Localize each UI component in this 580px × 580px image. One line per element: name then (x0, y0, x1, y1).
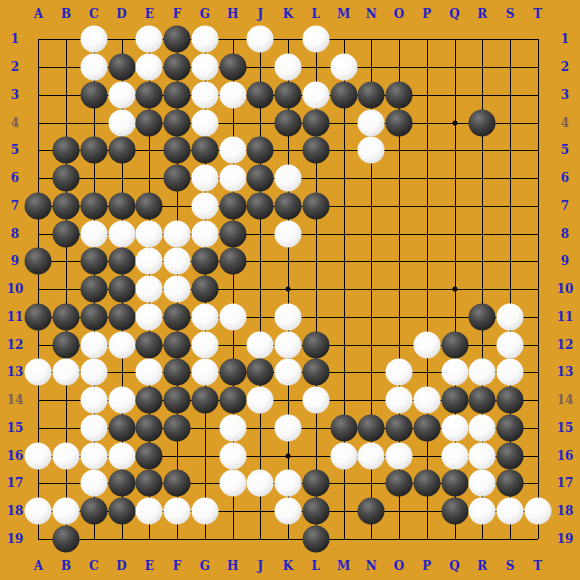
white-stone-F10[interactable] (164, 276, 191, 303)
black-stone-E17[interactable] (136, 470, 163, 497)
black-stone-E15[interactable] (136, 414, 163, 441)
white-stone-P14[interactable] (413, 387, 440, 414)
row-label-left: 19 (7, 533, 24, 545)
black-stone-F15[interactable] (164, 414, 191, 441)
white-stone-A16[interactable] (25, 442, 52, 469)
row-label-right: 8 (561, 228, 569, 240)
column-label-top: R (477, 8, 487, 20)
row-label-right: 16 (557, 450, 574, 462)
black-stone-L4[interactable] (302, 109, 329, 136)
black-stone-D7[interactable] (108, 192, 135, 219)
row-label-right: 9 (561, 255, 569, 267)
black-stone-F3[interactable] (164, 81, 191, 108)
white-stone-P12[interactable] (413, 331, 440, 358)
black-stone-J3[interactable] (247, 81, 274, 108)
column-label-top: D (116, 8, 126, 20)
column-label-top: J (257, 8, 263, 20)
white-stone-H17[interactable] (219, 470, 246, 497)
black-stone-B11[interactable] (53, 303, 80, 330)
white-stone-J14[interactable] (247, 387, 274, 414)
black-stone-R14[interactable] (469, 387, 496, 414)
white-stone-H16[interactable] (219, 442, 246, 469)
white-stone-J17[interactable] (247, 470, 274, 497)
white-stone-E1[interactable] (136, 26, 163, 53)
white-stone-C14[interactable] (80, 387, 107, 414)
black-stone-N3[interactable] (358, 81, 385, 108)
white-stone-Q13[interactable] (441, 359, 468, 386)
black-stone-S17[interactable] (497, 470, 524, 497)
white-stone-F8[interactable] (164, 220, 191, 247)
white-stone-O13[interactable] (386, 359, 413, 386)
white-stone-S11[interactable] (497, 303, 524, 330)
white-stone-D8[interactable] (108, 220, 135, 247)
column-label-top: C (89, 8, 99, 20)
white-stone-E18[interactable] (136, 498, 163, 525)
white-stone-C1[interactable] (80, 26, 107, 53)
black-stone-F11[interactable] (164, 303, 191, 330)
black-stone-L12[interactable] (302, 331, 329, 358)
column-label-bottom: S (506, 560, 515, 572)
column-label-bottom: C (89, 560, 99, 572)
white-stone-H5[interactable] (219, 137, 246, 164)
white-stone-G1[interactable] (191, 26, 218, 53)
black-stone-Q14[interactable] (441, 387, 468, 414)
white-stone-C12[interactable] (80, 331, 107, 358)
black-stone-O4[interactable] (386, 109, 413, 136)
white-stone-R17[interactable] (469, 470, 496, 497)
column-label-top: S (506, 8, 515, 20)
black-stone-E14[interactable] (136, 387, 163, 414)
star-point (286, 453, 291, 458)
black-stone-F12[interactable] (164, 331, 191, 358)
black-stone-J5[interactable] (247, 137, 274, 164)
black-stone-J6[interactable] (247, 165, 274, 192)
white-stone-E13[interactable] (136, 359, 163, 386)
column-label-top: E (145, 8, 154, 20)
black-stone-K3[interactable] (275, 81, 302, 108)
column-label-top: T (533, 8, 542, 20)
white-stone-R16[interactable] (469, 442, 496, 469)
white-stone-E9[interactable] (136, 248, 163, 275)
row-label-right: 13 (557, 366, 574, 378)
white-stone-K11[interactable] (275, 303, 302, 330)
black-stone-O17[interactable] (386, 470, 413, 497)
white-stone-G6[interactable] (191, 165, 218, 192)
black-stone-Q18[interactable] (441, 498, 468, 525)
star-point (452, 120, 457, 125)
black-stone-F13[interactable] (164, 359, 191, 386)
column-label-top: B (61, 8, 71, 20)
black-stone-H2[interactable] (219, 54, 246, 81)
white-stone-H11[interactable] (219, 303, 246, 330)
column-label-bottom: A (34, 560, 43, 572)
black-stone-K4[interactable] (275, 109, 302, 136)
white-stone-K2[interactable] (275, 54, 302, 81)
white-stone-B16[interactable] (53, 442, 80, 469)
column-label-bottom: K (283, 560, 293, 572)
black-stone-F2[interactable] (164, 54, 191, 81)
column-label-bottom: R (477, 560, 487, 572)
white-stone-Q16[interactable] (441, 442, 468, 469)
grid-line-vertical (538, 39, 539, 539)
white-stone-O16[interactable] (386, 442, 413, 469)
star-point (286, 287, 291, 292)
black-stone-F1[interactable] (164, 26, 191, 53)
black-stone-J7[interactable] (247, 192, 274, 219)
white-stone-N5[interactable] (358, 137, 385, 164)
column-label-bottom: O (394, 560, 404, 572)
row-label-left: 13 (7, 366, 24, 378)
black-stone-K7[interactable] (275, 192, 302, 219)
column-label-bottom: J (257, 560, 263, 572)
black-stone-B12[interactable] (53, 331, 80, 358)
column-label-top: M (337, 8, 350, 20)
row-label-left: 5 (11, 144, 19, 156)
white-stone-L1[interactable] (302, 26, 329, 53)
white-stone-G8[interactable] (191, 220, 218, 247)
row-label-right: 18 (557, 505, 574, 517)
black-stone-G5[interactable] (191, 137, 218, 164)
black-stone-C5[interactable] (80, 137, 107, 164)
row-label-left: 10 (7, 283, 24, 295)
black-stone-L17[interactable] (302, 470, 329, 497)
black-stone-N18[interactable] (358, 498, 385, 525)
white-stone-E10[interactable] (136, 276, 163, 303)
white-stone-H6[interactable] (219, 165, 246, 192)
column-label-top: K (283, 8, 293, 20)
white-stone-E8[interactable] (136, 220, 163, 247)
row-label-right: 10 (557, 283, 574, 295)
white-stone-B13[interactable] (53, 359, 80, 386)
row-label-left: 8 (11, 228, 19, 240)
white-stone-R13[interactable] (469, 359, 496, 386)
black-stone-R4[interactable] (469, 109, 496, 136)
column-label-top: G (200, 8, 210, 20)
column-label-bottom: P (422, 560, 431, 572)
black-stone-B6[interactable] (53, 165, 80, 192)
white-stone-G3[interactable] (191, 81, 218, 108)
white-stone-A13[interactable] (25, 359, 52, 386)
column-label-bottom: L (312, 560, 320, 572)
white-stone-R18[interactable] (469, 498, 496, 525)
go-board[interactable]: AABBCCDDEEFFGGHHJJKKLLMMNNOOPPQQRRSSTT11… (0, 0, 580, 580)
black-stone-A7[interactable] (25, 192, 52, 219)
black-stone-A11[interactable] (25, 303, 52, 330)
column-label-bottom: T (533, 560, 542, 572)
black-stone-S16[interactable] (497, 442, 524, 469)
black-stone-D15[interactable] (108, 414, 135, 441)
column-label-top: P (422, 8, 431, 20)
white-stone-K18[interactable] (275, 498, 302, 525)
column-label-bottom: Q (449, 560, 459, 572)
row-label-left: 16 (7, 450, 24, 462)
black-stone-G10[interactable] (191, 276, 218, 303)
white-stone-L14[interactable] (302, 387, 329, 414)
black-stone-C18[interactable] (80, 498, 107, 525)
black-stone-Q12[interactable] (441, 331, 468, 358)
black-stone-E12[interactable] (136, 331, 163, 358)
white-stone-J1[interactable] (247, 26, 274, 53)
black-stone-B5[interactable] (53, 137, 80, 164)
column-label-top: H (227, 8, 238, 20)
column-label-top: O (394, 8, 404, 20)
black-stone-C11[interactable] (80, 303, 107, 330)
black-stone-L18[interactable] (302, 498, 329, 525)
column-label-bottom: H (227, 560, 238, 572)
row-label-right: 6 (561, 172, 569, 184)
white-stone-G7[interactable] (191, 192, 218, 219)
white-stone-D4[interactable] (108, 109, 135, 136)
white-stone-J12[interactable] (247, 331, 274, 358)
black-stone-C9[interactable] (80, 248, 107, 275)
black-stone-E3[interactable] (136, 81, 163, 108)
black-stone-F14[interactable] (164, 387, 191, 414)
column-label-bottom: G (200, 560, 210, 572)
black-stone-F6[interactable] (164, 165, 191, 192)
white-stone-C2[interactable] (80, 54, 107, 81)
column-label-bottom: E (145, 560, 154, 572)
black-stone-L7[interactable] (302, 192, 329, 219)
black-stone-C7[interactable] (80, 192, 107, 219)
black-stone-F5[interactable] (164, 137, 191, 164)
black-stone-E4[interactable] (136, 109, 163, 136)
white-stone-H15[interactable] (219, 414, 246, 441)
black-stone-C10[interactable] (80, 276, 107, 303)
row-label-right: 7 (561, 200, 569, 212)
row-label-left: 18 (7, 505, 24, 517)
white-stone-F9[interactable] (164, 248, 191, 275)
black-stone-H14[interactable] (219, 387, 246, 414)
black-stone-D5[interactable] (108, 137, 135, 164)
white-stone-K17[interactable] (275, 470, 302, 497)
black-stone-F17[interactable] (164, 470, 191, 497)
black-stone-A9[interactable] (25, 248, 52, 275)
black-stone-O15[interactable] (386, 414, 413, 441)
black-stone-M3[interactable] (330, 81, 357, 108)
row-label-left: 4 (11, 117, 19, 129)
row-label-left: 7 (11, 200, 19, 212)
column-label-bottom: M (337, 560, 350, 572)
white-stone-R15[interactable] (469, 414, 496, 441)
black-stone-H9[interactable] (219, 248, 246, 275)
black-stone-D2[interactable] (108, 54, 135, 81)
black-stone-P15[interactable] (413, 414, 440, 441)
row-label-right: 2 (561, 61, 569, 73)
white-stone-H3[interactable] (219, 81, 246, 108)
column-label-bottom: D (116, 560, 126, 572)
column-label-top: Q (449, 8, 459, 20)
white-stone-E11[interactable] (136, 303, 163, 330)
white-stone-K8[interactable] (275, 220, 302, 247)
row-label-right: 3 (561, 89, 569, 101)
black-stone-F4[interactable] (164, 109, 191, 136)
white-stone-C8[interactable] (80, 220, 107, 247)
column-label-bottom: N (366, 560, 377, 572)
black-stone-P17[interactable] (413, 470, 440, 497)
star-point (452, 287, 457, 292)
white-stone-Q15[interactable] (441, 414, 468, 441)
white-stone-G13[interactable] (191, 359, 218, 386)
black-stone-D9[interactable] (108, 248, 135, 275)
black-stone-G14[interactable] (191, 387, 218, 414)
black-stone-D17[interactable] (108, 470, 135, 497)
row-label-left: 3 (11, 89, 19, 101)
row-label-left: 1 (11, 33, 19, 45)
white-stone-L3[interactable] (302, 81, 329, 108)
row-label-right: 1 (561, 33, 569, 45)
row-label-left: 17 (7, 477, 24, 489)
row-label-right: 11 (557, 311, 574, 323)
white-stone-G12[interactable] (191, 331, 218, 358)
white-stone-K15[interactable] (275, 414, 302, 441)
white-stone-T18[interactable] (524, 498, 551, 525)
white-stone-G2[interactable] (191, 54, 218, 81)
black-stone-N15[interactable] (358, 414, 385, 441)
column-label-top: N (366, 8, 377, 20)
row-label-right: 15 (557, 422, 574, 434)
row-label-right: 14 (557, 394, 574, 406)
column-label-top: A (34, 8, 43, 20)
black-stone-M15[interactable] (330, 414, 357, 441)
black-stone-E16[interactable] (136, 442, 163, 469)
white-stone-B18[interactable] (53, 498, 80, 525)
white-stone-D3[interactable] (108, 81, 135, 108)
row-label-right: 17 (557, 477, 574, 489)
row-label-left: 6 (11, 172, 19, 184)
white-stone-S12[interactable] (497, 331, 524, 358)
row-label-right: 12 (557, 339, 574, 351)
row-label-left: 12 (7, 339, 24, 351)
column-label-top: L (312, 8, 320, 20)
row-label-left: 11 (7, 311, 24, 323)
white-stone-G11[interactable] (191, 303, 218, 330)
white-stone-N4[interactable] (358, 109, 385, 136)
row-label-left: 14 (7, 394, 24, 406)
white-stone-D14[interactable] (108, 387, 135, 414)
column-label-top: F (173, 8, 182, 20)
row-label-right: 5 (561, 144, 569, 156)
black-stone-L5[interactable] (302, 137, 329, 164)
black-stone-Q17[interactable] (441, 470, 468, 497)
column-label-bottom: F (173, 560, 182, 572)
white-stone-C16[interactable] (80, 442, 107, 469)
black-stone-D11[interactable] (108, 303, 135, 330)
white-stone-K6[interactable] (275, 165, 302, 192)
black-stone-L13[interactable] (302, 359, 329, 386)
white-stone-C17[interactable] (80, 470, 107, 497)
white-stone-S13[interactable] (497, 359, 524, 386)
white-stone-D12[interactable] (108, 331, 135, 358)
grid-line-horizontal (38, 539, 538, 540)
white-stone-E2[interactable] (136, 54, 163, 81)
grid-line-vertical (427, 39, 428, 539)
white-stone-S18[interactable] (497, 498, 524, 525)
black-stone-O3[interactable] (386, 81, 413, 108)
row-label-left: 15 (7, 422, 24, 434)
black-stone-S15[interactable] (497, 414, 524, 441)
black-stone-H13[interactable] (219, 359, 246, 386)
black-stone-E7[interactable] (136, 192, 163, 219)
row-label-left: 9 (11, 255, 19, 267)
black-stone-S14[interactable] (497, 387, 524, 414)
black-stone-L19[interactable] (302, 525, 329, 552)
white-stone-N16[interactable] (358, 442, 385, 469)
black-stone-R11[interactable] (469, 303, 496, 330)
white-stone-A18[interactable] (25, 498, 52, 525)
black-stone-B19[interactable] (53, 525, 80, 552)
black-stone-B7[interactable] (53, 192, 80, 219)
white-stone-F18[interactable] (164, 498, 191, 525)
black-stone-C3[interactable] (80, 81, 107, 108)
white-stone-O14[interactable] (386, 387, 413, 414)
black-stone-B8[interactable] (53, 220, 80, 247)
white-stone-G18[interactable] (191, 498, 218, 525)
row-label-right: 4 (561, 117, 569, 129)
black-stone-J13[interactable] (247, 359, 274, 386)
white-stone-K12[interactable] (275, 331, 302, 358)
row-label-left: 2 (11, 61, 19, 73)
row-label-right: 19 (557, 533, 574, 545)
column-label-bottom: B (61, 560, 71, 572)
white-stone-G4[interactable] (191, 109, 218, 136)
black-stone-H8[interactable] (219, 220, 246, 247)
white-stone-C15[interactable] (80, 414, 107, 441)
white-stone-D16[interactable] (108, 442, 135, 469)
black-stone-H7[interactable] (219, 192, 246, 219)
white-stone-C13[interactable] (80, 359, 107, 386)
white-stone-M2[interactable] (330, 54, 357, 81)
black-stone-G9[interactable] (191, 248, 218, 275)
black-stone-D10[interactable] (108, 276, 135, 303)
black-stone-D18[interactable] (108, 498, 135, 525)
white-stone-K13[interactable] (275, 359, 302, 386)
white-stone-M16[interactable] (330, 442, 357, 469)
